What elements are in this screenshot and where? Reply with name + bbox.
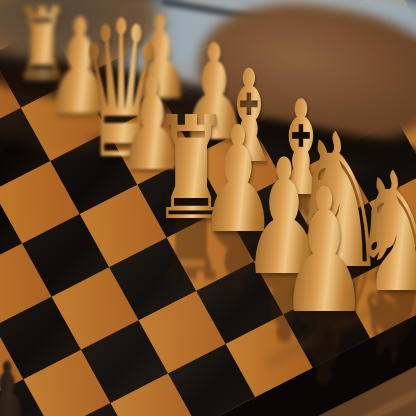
pawn-glyph: ♟ xyxy=(278,166,371,338)
chess-set-photo: ♜♟♛♟♟♟♝♝♝♜♜♟♟♞♞♟♟♞♞♟♟♟ xyxy=(0,0,416,416)
pawn-glyph: ♟ xyxy=(0,352,29,416)
